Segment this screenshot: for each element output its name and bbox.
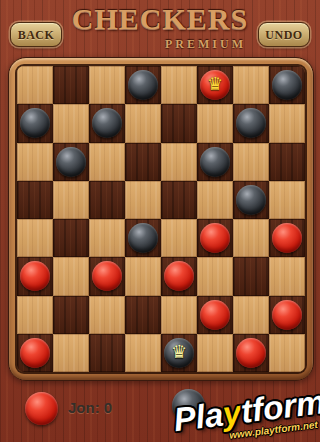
red-piece[interactable] xyxy=(200,223,230,253)
square-r7c4[interactable] xyxy=(125,296,161,334)
square-r7c6[interactable] xyxy=(197,296,233,334)
square-r3c1 xyxy=(17,143,53,181)
black-piece[interactable] xyxy=(56,147,86,177)
square-r8c7[interactable] xyxy=(233,334,269,372)
square-r5c1 xyxy=(17,219,53,257)
black-piece[interactable] xyxy=(128,70,158,100)
black-piece[interactable] xyxy=(236,185,266,215)
square-r4c2 xyxy=(53,181,89,219)
black-piece[interactable] xyxy=(128,223,158,253)
square-r1c8[interactable] xyxy=(269,66,305,104)
black-piece[interactable] xyxy=(92,108,122,138)
red-piece[interactable] xyxy=(272,300,302,330)
square-r8c4 xyxy=(125,334,161,372)
black-king[interactable]: ♛ xyxy=(164,338,194,368)
square-r8c6 xyxy=(197,334,233,372)
square-r3c4[interactable] xyxy=(125,143,161,181)
red-piece[interactable] xyxy=(164,261,194,291)
square-r5c5 xyxy=(161,219,197,257)
square-r7c8[interactable] xyxy=(269,296,305,334)
red-piece[interactable] xyxy=(200,300,230,330)
square-r4c7[interactable] xyxy=(233,181,269,219)
square-r5c4[interactable] xyxy=(125,219,161,257)
square-r8c1[interactable] xyxy=(17,334,53,372)
red-piece[interactable] xyxy=(272,223,302,253)
square-r8c3[interactable] xyxy=(89,334,125,372)
square-r6c4 xyxy=(125,257,161,295)
square-r7c2[interactable] xyxy=(53,296,89,334)
crown-icon: ♛ xyxy=(207,75,223,93)
undo-button[interactable]: UNDO xyxy=(258,22,310,47)
square-r8c8 xyxy=(269,334,305,372)
square-r1c5 xyxy=(161,66,197,104)
red-king[interactable]: ♛ xyxy=(200,70,230,100)
square-r7c7 xyxy=(233,296,269,334)
square-r2c2 xyxy=(53,104,89,142)
square-r1c3 xyxy=(89,66,125,104)
red-piece[interactable] xyxy=(92,261,122,291)
red-piece[interactable] xyxy=(20,338,50,368)
square-r2c6 xyxy=(197,104,233,142)
black-piece[interactable] xyxy=(20,108,50,138)
square-r6c5[interactable] xyxy=(161,257,197,295)
square-r7c5 xyxy=(161,296,197,334)
red-piece[interactable] xyxy=(236,338,266,368)
square-r3c8[interactable] xyxy=(269,143,305,181)
square-r5c6[interactable] xyxy=(197,219,233,257)
square-r4c6 xyxy=(197,181,233,219)
red-player-score: Jon: 0 xyxy=(68,399,112,416)
black-piece[interactable] xyxy=(272,70,302,100)
square-r6c3[interactable] xyxy=(89,257,125,295)
checkers-app: BACK CHECKERS PREMIUM UNDO ♛♛ Jon: 0 Pla… xyxy=(0,0,320,442)
square-r6c6 xyxy=(197,257,233,295)
crown-icon: ♛ xyxy=(171,343,187,361)
watermark-url: www.playtform.net xyxy=(176,418,320,442)
checkers-board: ♛♛ xyxy=(17,66,305,372)
square-r2c7[interactable] xyxy=(233,104,269,142)
red-piece[interactable] xyxy=(20,261,50,291)
square-r3c6[interactable] xyxy=(197,143,233,181)
square-r2c8 xyxy=(269,104,305,142)
square-r4c8 xyxy=(269,181,305,219)
square-r1c1 xyxy=(17,66,53,104)
square-r6c7[interactable] xyxy=(233,257,269,295)
square-r4c1[interactable] xyxy=(17,181,53,219)
square-r8c5[interactable]: ♛ xyxy=(161,334,197,372)
square-r5c7 xyxy=(233,219,269,257)
square-r5c2[interactable] xyxy=(53,219,89,257)
square-r5c8[interactable] xyxy=(269,219,305,257)
square-r7c3 xyxy=(89,296,125,334)
square-r1c6[interactable]: ♛ xyxy=(197,66,233,104)
square-r3c2[interactable] xyxy=(53,143,89,181)
square-r1c7 xyxy=(233,66,269,104)
square-r7c1 xyxy=(17,296,53,334)
square-r3c3 xyxy=(89,143,125,181)
square-r4c4 xyxy=(125,181,161,219)
square-r6c2 xyxy=(53,257,89,295)
red-player-piece-icon xyxy=(25,392,58,425)
square-r2c5[interactable] xyxy=(161,104,197,142)
square-r4c3[interactable] xyxy=(89,181,125,219)
square-r6c8 xyxy=(269,257,305,295)
board-frame: ♛♛ xyxy=(8,57,314,381)
square-r3c5 xyxy=(161,143,197,181)
square-r5c3 xyxy=(89,219,125,257)
black-piece[interactable] xyxy=(200,147,230,177)
square-r8c2 xyxy=(53,334,89,372)
square-r1c2[interactable] xyxy=(53,66,89,104)
square-r4c5[interactable] xyxy=(161,181,197,219)
square-r2c3[interactable] xyxy=(89,104,125,142)
square-r1c4[interactable] xyxy=(125,66,161,104)
square-r2c4 xyxy=(125,104,161,142)
black-piece[interactable] xyxy=(236,108,266,138)
black-player-piece-icon xyxy=(172,389,205,422)
app-subtitle: PREMIUM xyxy=(165,37,246,52)
square-r6c1[interactable] xyxy=(17,257,53,295)
square-r2c1[interactable] xyxy=(17,104,53,142)
square-r3c7 xyxy=(233,143,269,181)
